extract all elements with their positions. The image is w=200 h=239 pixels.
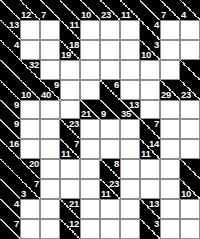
down-clue-r7c7: 11 bbox=[141, 150, 150, 158]
cell-r10c6[interactable] bbox=[120, 199, 140, 219]
cell-r1c5[interactable] bbox=[100, 20, 120, 40]
across-clue-r1c0: 13 bbox=[9, 21, 19, 29]
across-clue-r11c3: 12 bbox=[69, 220, 79, 228]
across-clue-r9c5: 23 bbox=[109, 180, 119, 188]
down-clue-r5c4: 21 bbox=[81, 110, 91, 118]
cell-r8c0 bbox=[0, 159, 20, 179]
across-clue-r4c2: 9 bbox=[54, 81, 59, 89]
across-clue-r10c0: 4 bbox=[14, 200, 19, 208]
cell-r3c6[interactable] bbox=[120, 60, 140, 80]
cell-r2c5[interactable] bbox=[100, 40, 120, 60]
cell-r3c0 bbox=[0, 60, 20, 80]
cell-r5c9[interactable] bbox=[180, 100, 200, 120]
cell-r0c4: 10 bbox=[80, 0, 100, 20]
cell-r5c7[interactable] bbox=[140, 100, 160, 120]
across-clue-r4c5: 6 bbox=[114, 81, 119, 89]
down-clue-r0c1: 12 bbox=[21, 11, 31, 19]
cell-r6c3: 23 bbox=[60, 119, 80, 139]
cell-r3c9 bbox=[180, 60, 200, 80]
cell-r3c1: 32 bbox=[20, 60, 40, 80]
cell-r9c9: 10 bbox=[180, 179, 200, 199]
cell-r11c2[interactable] bbox=[40, 219, 60, 239]
across-clue-r10c7: 13 bbox=[149, 200, 159, 208]
cell-r2c8[interactable] bbox=[160, 40, 180, 60]
cell-r11c1[interactable] bbox=[20, 219, 40, 239]
down-clue-r5c6: 35 bbox=[121, 110, 131, 118]
cell-r1c9[interactable] bbox=[180, 20, 200, 40]
cell-r11c5[interactable] bbox=[100, 219, 120, 239]
cell-r11c6[interactable] bbox=[120, 219, 140, 239]
across-clue-r5c6: 13 bbox=[129, 101, 139, 109]
cell-r8c2[interactable] bbox=[40, 159, 60, 179]
cell-r1c8[interactable] bbox=[160, 20, 180, 40]
cell-r1c4[interactable] bbox=[80, 20, 100, 40]
cell-r3c4[interactable] bbox=[80, 60, 100, 80]
cell-r1c0: 13 bbox=[0, 20, 20, 40]
across-clue-r9c1: 7 bbox=[34, 180, 39, 188]
cell-r9c8[interactable] bbox=[160, 179, 180, 199]
cell-r8c4[interactable] bbox=[80, 159, 100, 179]
cell-r5c5: 9 bbox=[100, 100, 120, 120]
cell-r4c9: 23 bbox=[180, 80, 200, 100]
across-clue-r8c5: 8 bbox=[114, 160, 119, 168]
across-clue-r1c7: 4 bbox=[154, 21, 159, 29]
cell-r8c7[interactable] bbox=[140, 159, 160, 179]
cell-r6c6[interactable] bbox=[120, 119, 140, 139]
down-clue-r0c9: 4 bbox=[181, 11, 186, 19]
cell-r7c4[interactable] bbox=[80, 139, 100, 159]
across-clue-r6c7: 7 bbox=[154, 120, 159, 128]
cell-r4c0 bbox=[0, 80, 20, 100]
down-clue-r0c6: 11 bbox=[121, 11, 130, 19]
across-clue-r7c7: 14 bbox=[149, 140, 159, 148]
cell-r8c1: 20 bbox=[20, 159, 40, 179]
cell-r2c7: 310 bbox=[140, 40, 160, 60]
across-clue-r6c3: 23 bbox=[69, 120, 79, 128]
down-clue-r4c8: 29 bbox=[161, 91, 171, 99]
cell-r7c3: 711 bbox=[60, 139, 80, 159]
cell-r5c1[interactable] bbox=[20, 100, 40, 120]
cell-r9c6[interactable] bbox=[120, 179, 140, 199]
cell-r7c2[interactable] bbox=[40, 139, 60, 159]
cell-r4c1: 10 bbox=[20, 80, 40, 100]
across-clue-r11c0: 7 bbox=[14, 220, 19, 228]
cell-r9c0 bbox=[0, 179, 20, 199]
cell-r2c0: 4 bbox=[0, 40, 20, 60]
cell-r0c1: 12 bbox=[20, 0, 40, 20]
down-clue-r0c4: 10 bbox=[81, 11, 91, 19]
cell-r2c3: 1819 bbox=[60, 40, 80, 60]
cell-r0c7 bbox=[140, 0, 160, 20]
cell-r0c6: 11 bbox=[120, 0, 140, 20]
across-clue-r3c1: 32 bbox=[29, 61, 39, 69]
cell-r1c3: 11 bbox=[60, 20, 80, 40]
cell-r0c0 bbox=[0, 0, 20, 20]
cell-r2c6[interactable] bbox=[120, 40, 140, 60]
cell-r8c6[interactable] bbox=[120, 159, 140, 179]
cell-r7c6[interactable] bbox=[120, 139, 140, 159]
cell-r10c3: 21 bbox=[60, 199, 80, 219]
down-clue-r7c3: 11 bbox=[61, 150, 70, 158]
cell-r8c3[interactable] bbox=[60, 159, 80, 179]
cell-r0c8: 7 bbox=[160, 0, 180, 20]
cell-r6c8[interactable] bbox=[160, 119, 180, 139]
cell-r4c6[interactable] bbox=[120, 80, 140, 100]
cell-r10c0: 4 bbox=[0, 199, 20, 219]
down-clue-r4c1: 10 bbox=[21, 91, 31, 99]
cell-r6c5[interactable] bbox=[100, 119, 120, 139]
cell-r7c0: 16 bbox=[0, 139, 20, 159]
kakuro-board: 1271023117413114418193103210940629239219… bbox=[0, 0, 200, 239]
down-clue-r4c9: 23 bbox=[181, 91, 191, 99]
cell-r8c9 bbox=[180, 159, 200, 179]
across-clue-r2c3: 18 bbox=[69, 41, 79, 49]
cell-r11c9[interactable] bbox=[180, 219, 200, 239]
across-clue-r7c0: 16 bbox=[9, 140, 19, 148]
cell-r6c4[interactable] bbox=[80, 119, 100, 139]
down-clue-r4c2: 40 bbox=[41, 91, 51, 99]
down-clue-r9c9: 10 bbox=[181, 190, 191, 198]
cell-r10c2[interactable] bbox=[40, 199, 60, 219]
across-clue-r5c0: 9 bbox=[14, 101, 19, 109]
cell-r5c3[interactable] bbox=[60, 100, 80, 120]
cell-r8c5: 8 bbox=[100, 159, 120, 179]
cell-r4c7[interactable] bbox=[140, 80, 160, 100]
across-clue-r11c7: 3 bbox=[154, 220, 159, 228]
cell-r11c8[interactable] bbox=[160, 219, 180, 239]
cell-r5c8[interactable] bbox=[160, 100, 180, 120]
down-clue-r9c1: 3 bbox=[21, 190, 26, 198]
cell-r3c3[interactable] bbox=[60, 60, 80, 80]
cell-r6c0: 9 bbox=[0, 119, 20, 139]
cell-r9c7[interactable] bbox=[140, 179, 160, 199]
cell-r8c8[interactable] bbox=[160, 159, 180, 179]
cell-r5c0: 9 bbox=[0, 100, 20, 120]
cell-r6c1[interactable] bbox=[20, 119, 40, 139]
cell-r2c1[interactable] bbox=[20, 40, 40, 60]
cell-r9c3[interactable] bbox=[60, 179, 80, 199]
cell-r2c4[interactable] bbox=[80, 40, 100, 60]
cell-r9c2[interactable] bbox=[40, 179, 60, 199]
across-clue-r2c0: 4 bbox=[14, 41, 19, 49]
cell-r11c3: 12 bbox=[60, 219, 80, 239]
down-clue-r0c5: 23 bbox=[101, 11, 111, 19]
cell-r4c4[interactable] bbox=[80, 80, 100, 100]
cell-r1c7: 4 bbox=[140, 20, 160, 40]
cell-r10c9[interactable] bbox=[180, 199, 200, 219]
across-clue-r2c7: 3 bbox=[154, 41, 159, 49]
down-clue-r0c8: 7 bbox=[161, 11, 166, 19]
down-clue-r9c5: 11 bbox=[101, 190, 110, 198]
cell-r2c2[interactable] bbox=[40, 40, 60, 60]
cell-r3c7[interactable] bbox=[140, 60, 160, 80]
across-clue-r6c0: 9 bbox=[14, 120, 19, 128]
cell-r7c7: 1411 bbox=[140, 139, 160, 159]
cell-r4c5: 6 bbox=[100, 80, 120, 100]
cell-r1c6[interactable] bbox=[120, 20, 140, 40]
cell-r0c2: 7 bbox=[40, 0, 60, 20]
cell-r11c0: 7 bbox=[0, 219, 20, 239]
down-clue-r2c7: 10 bbox=[141, 51, 151, 59]
cell-r7c1[interactable] bbox=[20, 139, 40, 159]
cell-r10c8[interactable] bbox=[160, 199, 180, 219]
cell-r5c4: 21 bbox=[80, 100, 100, 120]
cell-r5c2[interactable] bbox=[40, 100, 60, 120]
cell-r10c4[interactable] bbox=[80, 199, 100, 219]
cell-r6c2[interactable] bbox=[40, 119, 60, 139]
cell-r10c7: 13 bbox=[140, 199, 160, 219]
cell-r1c1[interactable] bbox=[20, 20, 40, 40]
across-clue-r7c3: 7 bbox=[74, 140, 79, 148]
cell-r5c6: 1335 bbox=[120, 100, 140, 120]
cell-r10c1[interactable] bbox=[20, 199, 40, 219]
down-clue-r2c3: 19 bbox=[61, 51, 71, 59]
cell-r7c8[interactable] bbox=[160, 139, 180, 159]
across-clue-r1c3: 11 bbox=[70, 21, 79, 29]
down-clue-r5c5: 9 bbox=[101, 110, 106, 118]
cell-r6c9[interactable] bbox=[180, 119, 200, 139]
cell-r7c9[interactable] bbox=[180, 139, 200, 159]
cell-r6c7: 7 bbox=[140, 119, 160, 139]
cell-r11c7: 3 bbox=[140, 219, 160, 239]
cell-r9c5: 2311 bbox=[100, 179, 120, 199]
cell-r1c2[interactable] bbox=[40, 20, 60, 40]
cell-r9c1: 73 bbox=[20, 179, 40, 199]
cell-r0c3 bbox=[60, 0, 80, 20]
cell-r3c8[interactable] bbox=[160, 60, 180, 80]
cell-r4c3[interactable] bbox=[60, 80, 80, 100]
down-clue-r0c2: 7 bbox=[41, 11, 46, 19]
across-clue-r8c1: 20 bbox=[29, 160, 39, 168]
cell-r3c5[interactable] bbox=[100, 60, 120, 80]
cell-r10c5[interactable] bbox=[100, 199, 120, 219]
cell-r11c4[interactable] bbox=[80, 219, 100, 239]
cell-r0c9: 4 bbox=[180, 0, 200, 20]
cell-r9c4[interactable] bbox=[80, 179, 100, 199]
cell-r4c2: 940 bbox=[40, 80, 60, 100]
cell-r2c9[interactable] bbox=[180, 40, 200, 60]
cell-r7c5[interactable] bbox=[100, 139, 120, 159]
across-clue-r10c3: 21 bbox=[69, 200, 79, 208]
cell-r0c5: 23 bbox=[100, 0, 120, 20]
cell-r3c2[interactable] bbox=[40, 60, 60, 80]
cell-r4c8: 29 bbox=[160, 80, 180, 100]
